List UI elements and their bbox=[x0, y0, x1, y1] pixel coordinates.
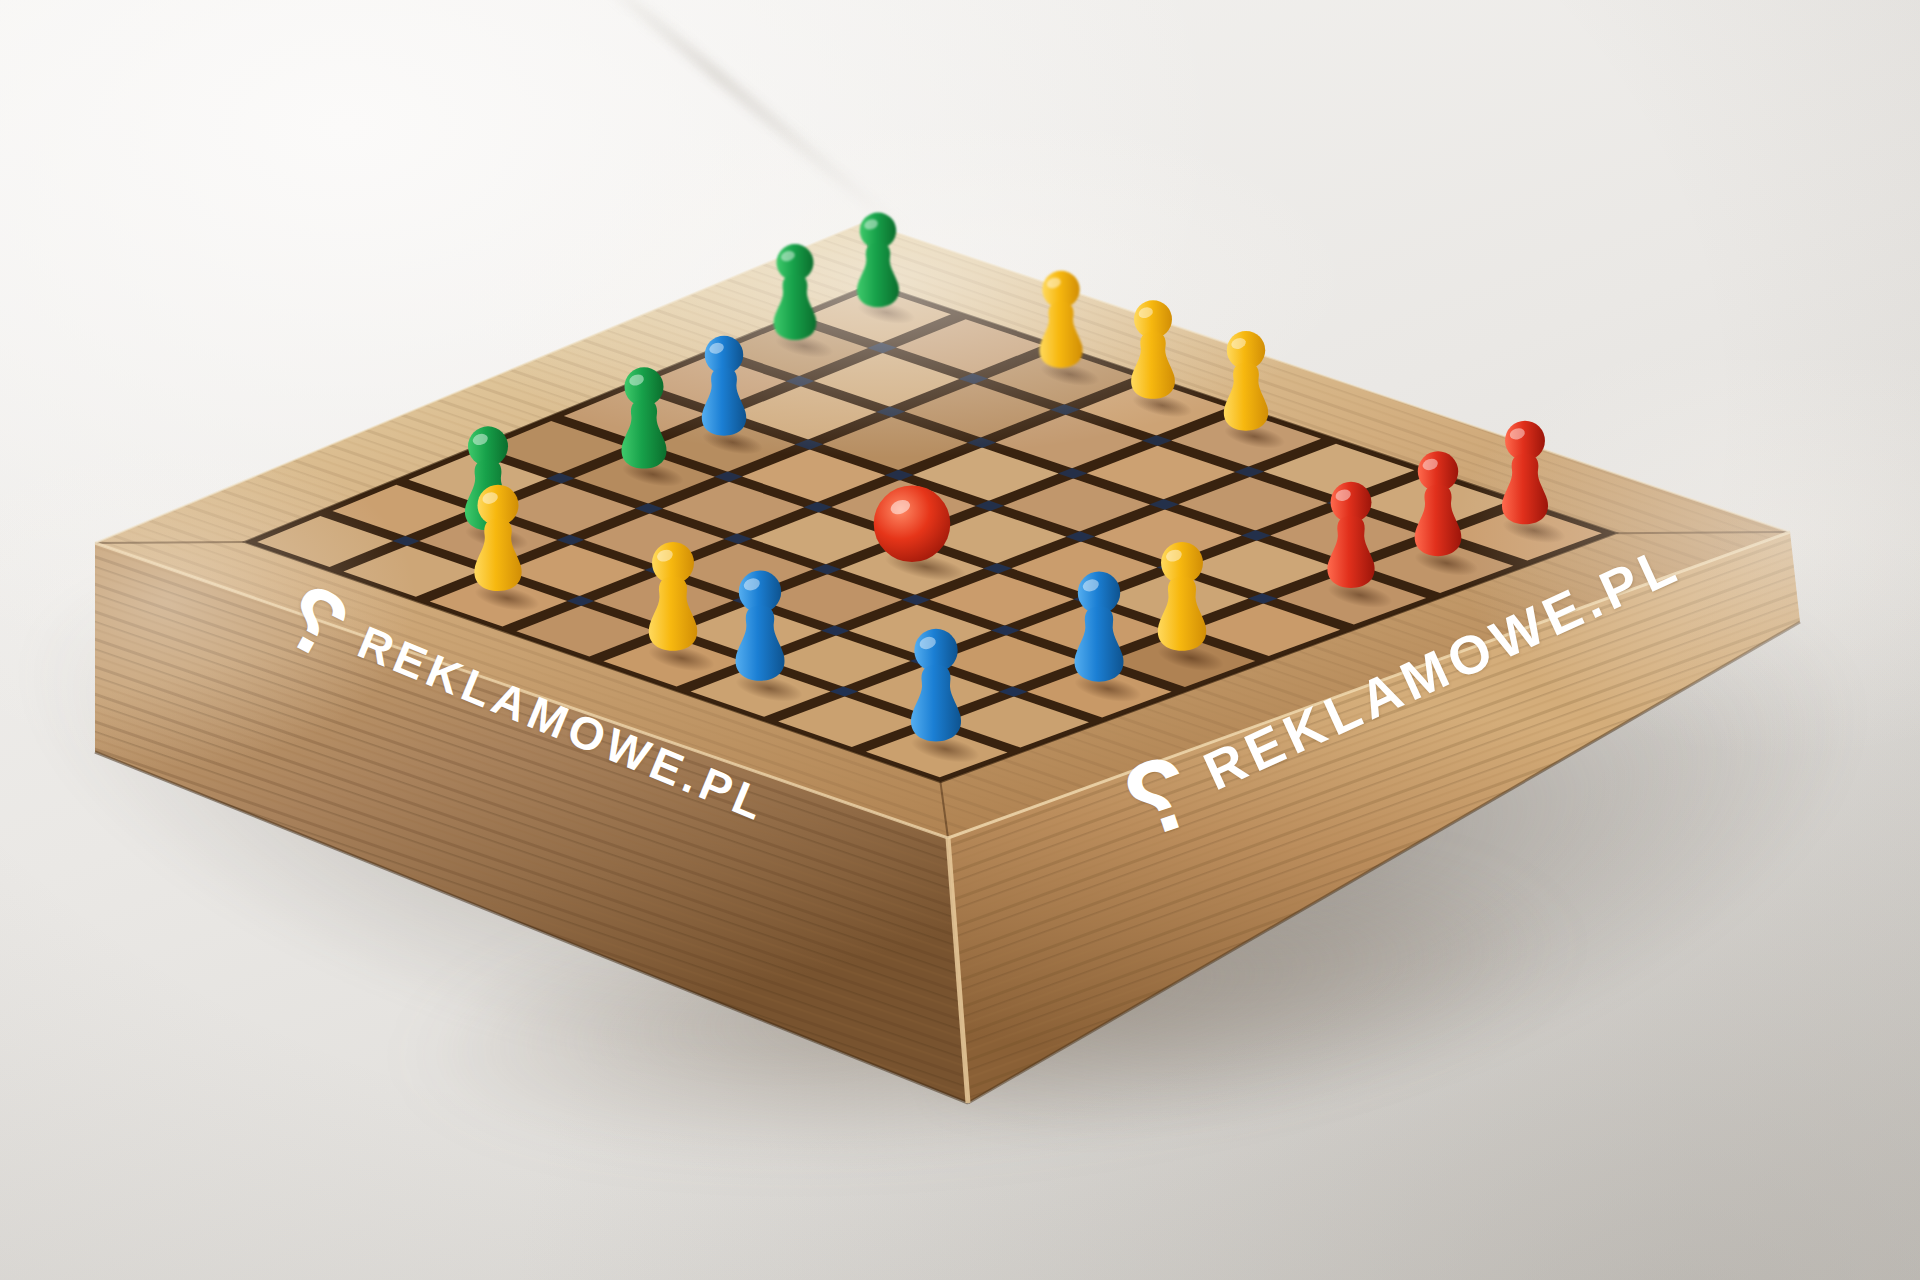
product-photo-scene: ? REKLAMOWE.PL ? REKLAMOWE.PL bbox=[0, 0, 1920, 1280]
